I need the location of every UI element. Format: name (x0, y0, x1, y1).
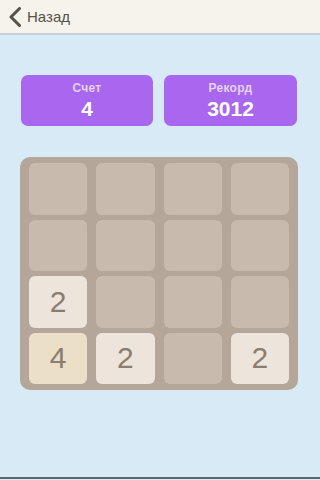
score-label: Счет (72, 82, 101, 94)
tile-4: 4 (29, 333, 87, 385)
board-cell-empty (231, 220, 289, 272)
best-badge: Рекорд 3012 (164, 75, 297, 126)
best-value: 3012 (207, 98, 254, 119)
best-label: Рекорд (208, 82, 252, 94)
tile-2: 2 (29, 276, 87, 328)
board-cell-empty (231, 276, 289, 328)
bottom-edge-line (0, 477, 320, 479)
back-button[interactable]: Назад (0, 7, 70, 27)
board-cell-empty (96, 276, 154, 328)
board-cell-empty (29, 163, 87, 215)
score-badge: Счет 4 (21, 75, 153, 126)
board-cell-empty (231, 163, 289, 215)
board-cell-empty (29, 220, 87, 272)
board-cell-empty (164, 276, 222, 328)
board-cell-empty (96, 220, 154, 272)
board-cell-empty (164, 333, 222, 385)
tile-2: 2 (231, 333, 289, 385)
score-value: 4 (81, 98, 93, 119)
back-chevron-icon (9, 7, 21, 27)
back-label: Назад (27, 8, 70, 25)
tile-2: 2 (96, 333, 154, 385)
board-cell-empty (164, 163, 222, 215)
board[interactable]: 2422 (20, 157, 298, 390)
board-cell-empty (96, 163, 154, 215)
nav-bar: Назад (0, 0, 320, 35)
board-cell-empty (164, 220, 222, 272)
